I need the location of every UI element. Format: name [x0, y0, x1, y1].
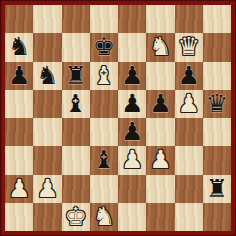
square-f3[interactable]: ♟ [146, 146, 174, 174]
square-b7[interactable] [33, 33, 61, 61]
square-a8[interactable] [5, 5, 33, 33]
square-c4[interactable] [62, 118, 90, 146]
square-h2[interactable]: ♜ [203, 175, 231, 203]
square-c2[interactable] [62, 175, 90, 203]
piece-black-knight-b6[interactable]: ♞ [36, 62, 58, 90]
square-f5[interactable]: ♟ [146, 90, 174, 118]
square-c6[interactable]: ♜ [62, 62, 90, 90]
square-d2[interactable] [90, 175, 118, 203]
square-b4[interactable] [33, 118, 61, 146]
square-f6[interactable] [146, 62, 174, 90]
square-c5[interactable]: ♝ [62, 90, 90, 118]
square-d1[interactable]: ♞ [90, 203, 118, 231]
square-c8[interactable] [62, 5, 90, 33]
piece-white-knight-f7[interactable]: ♞ [149, 33, 171, 61]
piece-black-bishop-d3[interactable]: ♝ [93, 146, 115, 174]
square-d8[interactable] [90, 5, 118, 33]
square-f1[interactable] [146, 203, 174, 231]
square-e1[interactable] [118, 203, 146, 231]
piece-black-pawn-g6[interactable]: ♟ [177, 62, 199, 90]
square-e5[interactable]: ♟ [118, 90, 146, 118]
square-g4[interactable] [175, 118, 203, 146]
square-h5[interactable]: ♛ [203, 90, 231, 118]
square-f8[interactable] [146, 5, 174, 33]
square-g8[interactable] [175, 5, 203, 33]
square-a5[interactable] [5, 90, 33, 118]
square-g1[interactable] [175, 203, 203, 231]
square-h1[interactable] [203, 203, 231, 231]
square-c3[interactable] [62, 146, 90, 174]
square-a1[interactable] [5, 203, 33, 231]
piece-black-knight-a7[interactable]: ♞ [8, 33, 30, 61]
square-b2[interactable]: ♟ [33, 175, 61, 203]
square-e7[interactable] [118, 33, 146, 61]
square-d7[interactable]: ♚ [90, 33, 118, 61]
piece-black-king-d7[interactable]: ♚ [93, 33, 115, 61]
square-a3[interactable] [5, 146, 33, 174]
piece-white-knight-d1[interactable]: ♞ [93, 203, 115, 231]
square-g6[interactable]: ♟ [175, 62, 203, 90]
square-b6[interactable]: ♞ [33, 62, 61, 90]
square-f4[interactable] [146, 118, 174, 146]
square-h3[interactable] [203, 146, 231, 174]
square-c1[interactable]: ♚ [62, 203, 90, 231]
square-a2[interactable]: ♟ [5, 175, 33, 203]
square-h6[interactable] [203, 62, 231, 90]
square-a7[interactable]: ♞ [5, 33, 33, 61]
piece-white-king-c1[interactable]: ♚ [64, 203, 86, 231]
square-g2[interactable] [175, 175, 203, 203]
chess-board: ♞♚♞♛♟♞♜♝♟♟♝♟♟♟♛♟♝♟♟♟♟♜♚♞ [5, 5, 231, 231]
piece-black-bishop-c5[interactable]: ♝ [64, 90, 86, 118]
piece-white-pawn-a2[interactable]: ♟ [8, 175, 30, 203]
square-g5[interactable]: ♟ [175, 90, 203, 118]
square-f7[interactable]: ♞ [146, 33, 174, 61]
square-g3[interactable] [175, 146, 203, 174]
square-e2[interactable] [118, 175, 146, 203]
piece-white-pawn-e3[interactable]: ♟ [121, 146, 143, 174]
square-a4[interactable] [5, 118, 33, 146]
piece-black-pawn-e5[interactable]: ♟ [121, 90, 143, 118]
square-f2[interactable] [146, 175, 174, 203]
square-b8[interactable] [33, 5, 61, 33]
square-a6[interactable]: ♟ [5, 62, 33, 90]
square-d5[interactable] [90, 90, 118, 118]
piece-black-pawn-e4[interactable]: ♟ [121, 118, 143, 146]
piece-black-pawn-a6[interactable]: ♟ [8, 62, 30, 90]
square-e6[interactable]: ♟ [118, 62, 146, 90]
square-d4[interactable] [90, 118, 118, 146]
piece-black-rook-h2[interactable]: ♜ [206, 175, 228, 203]
square-e4[interactable]: ♟ [118, 118, 146, 146]
piece-black-rook-c6[interactable]: ♜ [64, 62, 86, 90]
piece-black-queen-h5[interactable]: ♛ [206, 90, 228, 118]
square-d6[interactable]: ♝ [90, 62, 118, 90]
square-h4[interactable] [203, 118, 231, 146]
square-h8[interactable] [203, 5, 231, 33]
square-e3[interactable]: ♟ [118, 146, 146, 174]
square-c7[interactable] [62, 33, 90, 61]
piece-white-bishop-d6[interactable]: ♝ [93, 62, 115, 90]
square-b3[interactable] [33, 146, 61, 174]
board-frame: ♞♚♞♛♟♞♜♝♟♟♝♟♟♟♛♟♝♟♟♟♟♜♚♞ [0, 0, 236, 236]
piece-black-pawn-e6[interactable]: ♟ [121, 62, 143, 90]
square-e8[interactable] [118, 5, 146, 33]
piece-white-pawn-f3[interactable]: ♟ [149, 146, 171, 174]
square-h7[interactable] [203, 33, 231, 61]
piece-white-pawn-b2[interactable]: ♟ [36, 175, 58, 203]
piece-black-pawn-f5[interactable]: ♟ [149, 90, 171, 118]
square-b1[interactable] [33, 203, 61, 231]
square-b5[interactable] [33, 90, 61, 118]
piece-white-pawn-g5[interactable]: ♟ [177, 90, 199, 118]
piece-white-queen-g7[interactable]: ♛ [177, 33, 199, 61]
square-d3[interactable]: ♝ [90, 146, 118, 174]
square-g7[interactable]: ♛ [175, 33, 203, 61]
